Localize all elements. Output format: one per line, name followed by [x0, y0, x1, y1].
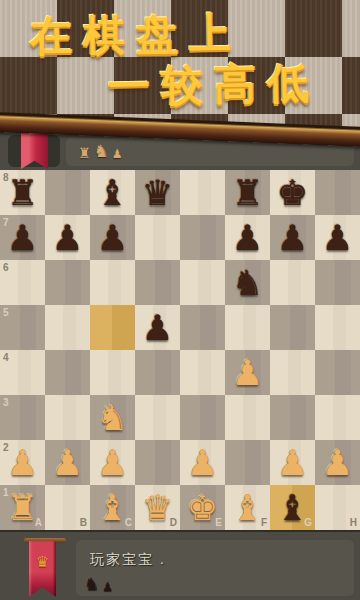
white-pawn: ♟	[225, 350, 270, 395]
file-label-e: E	[215, 518, 222, 528]
black-pawn: ♟	[135, 305, 180, 350]
file-label-g: G	[304, 518, 312, 528]
black-pawn: ♟	[315, 215, 360, 260]
square-c8[interactable]: ♝	[90, 170, 135, 215]
square-a5[interactable]: 5	[0, 305, 45, 350]
file-label-a: A	[35, 518, 42, 528]
square-a3[interactable]: 3	[0, 395, 45, 440]
square-h5[interactable]	[315, 305, 360, 350]
square-f8[interactable]: ♜	[225, 170, 270, 215]
square-b5[interactable]	[45, 305, 90, 350]
opponent-avatar[interactable]	[8, 135, 60, 167]
rank-label-7: 7	[3, 218, 9, 228]
square-g4[interactable]	[270, 350, 315, 395]
square-e4[interactable]	[180, 350, 225, 395]
opponent-captured-pieces: ♜♞♟	[78, 143, 123, 160]
player-bar: ♛ 玩家宝宝 . ♞♟	[0, 530, 360, 600]
square-h2[interactable]: ♟	[315, 440, 360, 485]
square-g6[interactable]	[270, 260, 315, 305]
black-pawn: ♟	[270, 215, 315, 260]
file-label-f: F	[261, 518, 267, 528]
square-d2[interactable]	[135, 440, 180, 485]
square-d4[interactable]	[135, 350, 180, 395]
square-b7[interactable]: ♟	[45, 215, 90, 260]
square-g2[interactable]: ♟	[270, 440, 315, 485]
file-label-d: D	[170, 518, 177, 528]
square-g5[interactable]	[270, 305, 315, 350]
square-c1[interactable]: ♝C	[90, 485, 135, 530]
square-e3[interactable]	[180, 395, 225, 440]
rank-label-5: 5	[3, 308, 9, 318]
square-f1[interactable]: ♝F	[225, 485, 270, 530]
square-a1[interactable]: ♜1A	[0, 485, 45, 530]
black-queen: ♛	[135, 170, 180, 215]
square-d8[interactable]: ♛	[135, 170, 180, 215]
square-a4[interactable]: 4	[0, 350, 45, 395]
square-c5[interactable]	[90, 305, 135, 350]
square-c3[interactable]: ♞	[90, 395, 135, 440]
black-pawn: ♟	[45, 215, 90, 260]
square-c6[interactable]	[90, 260, 135, 305]
square-g8[interactable]: ♚	[270, 170, 315, 215]
square-h8[interactable]	[315, 170, 360, 215]
square-d7[interactable]	[135, 215, 180, 260]
black-knight: ♞	[225, 260, 270, 305]
square-g3[interactable]	[270, 395, 315, 440]
square-b4[interactable]	[45, 350, 90, 395]
square-f7[interactable]: ♟	[225, 215, 270, 260]
white-pawn: ♟	[45, 440, 90, 485]
square-h7[interactable]: ♟	[315, 215, 360, 260]
square-f2[interactable]	[225, 440, 270, 485]
app-title-line2: 一较高低	[108, 62, 321, 108]
chess-board[interactable]: ♜8♝♛♜♚♟7♟♟♟♟♟6♞5♟4♟3♞♟2♟♟♟♟♟♜1AB♝C♛D♚E♝F…	[0, 170, 360, 530]
square-b1[interactable]: B	[45, 485, 90, 530]
square-d1[interactable]: ♛D	[135, 485, 180, 530]
white-pawn: ♟	[90, 440, 135, 485]
square-f5[interactable]	[225, 305, 270, 350]
square-b8[interactable]	[45, 170, 90, 215]
white-pawn: ♟	[270, 440, 315, 485]
player-captured-knight-icon: ♞	[84, 576, 99, 593]
rank-label-2: 2	[3, 443, 9, 453]
rank-label-6: 6	[3, 263, 9, 273]
square-g7[interactable]: ♟	[270, 215, 315, 260]
rank-label-8: 8	[3, 173, 9, 183]
square-b2[interactable]: ♟	[45, 440, 90, 485]
square-e8[interactable]	[180, 170, 225, 215]
chess-app-screen: 在棋盘上 一较高低 ♜♞♟ ♜8♝♛♜♚♟7♟♟♟♟♟6♞5♟4♟3♞♟2♟♟♟…	[0, 0, 360, 600]
player-captured-pieces: ♞♟	[84, 576, 113, 593]
white-pawn: ♟	[315, 440, 360, 485]
square-a8[interactable]: ♜8	[0, 170, 45, 215]
player-avatar-banner[interactable]: ♛	[29, 541, 56, 597]
square-b6[interactable]	[45, 260, 90, 305]
player-name: 玩家宝宝 .	[90, 551, 166, 569]
square-e1[interactable]: ♚E	[180, 485, 225, 530]
white-knight: ♞	[90, 395, 135, 440]
player-captured-pawn-icon: ♟	[102, 581, 113, 593]
square-a6[interactable]: 6	[0, 260, 45, 305]
black-pawn: ♟	[225, 215, 270, 260]
square-e5[interactable]	[180, 305, 225, 350]
square-f4[interactable]: ♟	[225, 350, 270, 395]
square-h6[interactable]	[315, 260, 360, 305]
square-d3[interactable]	[135, 395, 180, 440]
black-pawn: ♟	[90, 215, 135, 260]
opponent-captured-pawn-icon: ♟	[112, 148, 123, 160]
square-h3[interactable]	[315, 395, 360, 440]
file-label-c: C	[125, 518, 132, 528]
square-f6[interactable]: ♞	[225, 260, 270, 305]
opponent-captured-rook-icon: ♜	[78, 146, 91, 160]
file-label-h: H	[350, 518, 357, 528]
square-e2[interactable]: ♟	[180, 440, 225, 485]
app-title-line1: 在棋盘上	[30, 12, 243, 58]
square-e7[interactable]	[180, 215, 225, 260]
rank-label-1: 1	[3, 488, 9, 498]
square-a7[interactable]: ♟7	[0, 215, 45, 260]
rank-label-3: 3	[3, 398, 9, 408]
square-g1[interactable]: ♝G	[270, 485, 315, 530]
square-h4[interactable]	[315, 350, 360, 395]
black-king: ♚	[270, 170, 315, 215]
square-e6[interactable]	[180, 260, 225, 305]
rank-label-4: 4	[3, 353, 9, 363]
white-pawn: ♟	[180, 440, 225, 485]
square-c2[interactable]: ♟	[90, 440, 135, 485]
square-d6[interactable]	[135, 260, 180, 305]
square-b3[interactable]	[45, 395, 90, 440]
black-bishop: ♝	[90, 170, 135, 215]
file-label-b: B	[80, 518, 87, 528]
black-rook: ♜	[225, 170, 270, 215]
square-d5[interactable]: ♟	[135, 305, 180, 350]
square-a2[interactable]: ♟2	[0, 440, 45, 485]
crown-icon: ♛	[29, 555, 56, 570]
red-bookmark-icon	[21, 131, 48, 169]
square-f3[interactable]	[225, 395, 270, 440]
square-c7[interactable]: ♟	[90, 215, 135, 260]
opponent-captured-knight-icon: ♞	[94, 143, 109, 160]
square-c4[interactable]	[90, 350, 135, 395]
square-h1[interactable]: H	[315, 485, 360, 530]
